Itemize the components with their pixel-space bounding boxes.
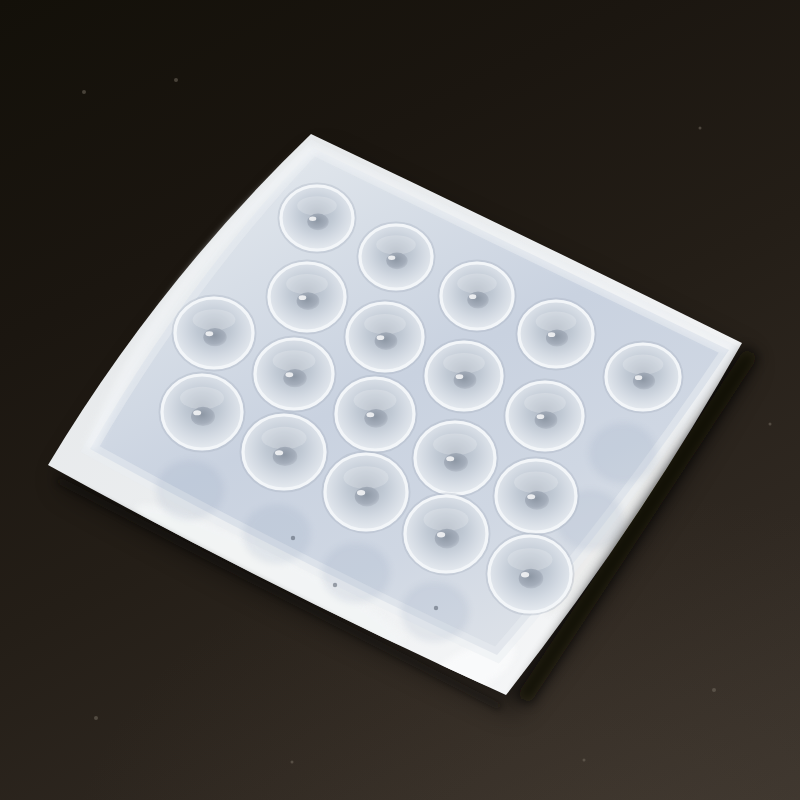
mold-cavity xyxy=(494,458,579,535)
mold-photo-scene xyxy=(0,0,800,800)
mold-cavity xyxy=(424,340,505,413)
mold-cavity xyxy=(345,301,426,374)
mold-cavity xyxy=(279,184,356,253)
mold-cavity xyxy=(267,261,348,334)
mold-cavity xyxy=(334,376,417,453)
product-photo xyxy=(0,0,800,800)
mold-cavity xyxy=(413,420,498,497)
mold-cavity xyxy=(253,337,336,412)
mold-cavity xyxy=(487,534,574,615)
mold-cavity xyxy=(403,494,490,575)
mold-cavity xyxy=(160,373,245,452)
mold-cavity xyxy=(358,223,435,292)
mold-cavity xyxy=(517,299,596,370)
mold-cavity xyxy=(439,261,516,332)
mold-cavity xyxy=(505,380,586,453)
mold-cavity xyxy=(173,296,256,371)
mold-cavity xyxy=(241,413,328,492)
mold-cavity xyxy=(323,452,410,533)
mold-cavity xyxy=(604,342,683,413)
